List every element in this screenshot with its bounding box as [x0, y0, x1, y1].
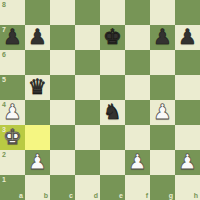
square-a1[interactable]: 1a	[0, 175, 25, 200]
file-label: a	[19, 192, 23, 199]
square-a3[interactable]: 3♚	[0, 125, 25, 150]
square-f8[interactable]	[125, 0, 150, 25]
piece-black-knight[interactable]: ♞	[100, 100, 125, 125]
file-label: g	[169, 192, 173, 199]
file-label: d	[94, 192, 98, 199]
square-c3[interactable]	[50, 125, 75, 150]
square-a2[interactable]: 2	[0, 150, 25, 175]
square-h3[interactable]	[175, 125, 200, 150]
file-label: b	[44, 192, 48, 199]
square-f1[interactable]: f	[125, 175, 150, 200]
square-c4[interactable]	[50, 100, 75, 125]
square-e1[interactable]: e	[100, 175, 125, 200]
square-f6[interactable]	[125, 50, 150, 75]
piece-white-pawn[interactable]: ♟	[175, 150, 200, 175]
piece-white-pawn[interactable]: ♟	[0, 100, 25, 125]
square-b4[interactable]	[25, 100, 50, 125]
square-b2[interactable]: ♟	[25, 150, 50, 175]
square-h6[interactable]	[175, 50, 200, 75]
piece-black-pawn[interactable]: ♟	[175, 25, 200, 50]
square-e2[interactable]	[100, 150, 125, 175]
square-g5[interactable]	[150, 75, 175, 100]
square-c8[interactable]	[50, 0, 75, 25]
piece-black-queen[interactable]: ♛	[25, 75, 50, 100]
square-g6[interactable]	[150, 50, 175, 75]
piece-white-pawn[interactable]: ♟	[25, 150, 50, 175]
file-label: c	[69, 192, 73, 199]
file-label: h	[194, 192, 198, 199]
piece-black-king[interactable]: ♚	[100, 25, 125, 50]
square-e5[interactable]	[100, 75, 125, 100]
square-g1[interactable]: g	[150, 175, 175, 200]
square-e7[interactable]: ♚	[100, 25, 125, 50]
piece-white-pawn[interactable]: ♟	[150, 100, 175, 125]
rank-label: 5	[2, 76, 6, 83]
chess-board: 87♟♟♚♟♟65♛4♟♞♟3♚2♟♟♟1abcdefgh	[0, 0, 200, 200]
piece-white-pawn[interactable]: ♟	[125, 150, 150, 175]
piece-black-pawn[interactable]: ♟	[0, 25, 25, 50]
rank-label: 2	[2, 151, 6, 158]
square-b7[interactable]: ♟	[25, 25, 50, 50]
square-b8[interactable]	[25, 0, 50, 25]
square-d2[interactable]	[75, 150, 100, 175]
square-f4[interactable]	[125, 100, 150, 125]
square-d3[interactable]	[75, 125, 100, 150]
piece-black-pawn[interactable]: ♟	[25, 25, 50, 50]
square-c5[interactable]	[50, 75, 75, 100]
piece-black-pawn[interactable]: ♟	[150, 25, 175, 50]
square-b1[interactable]: b	[25, 175, 50, 200]
square-h7[interactable]: ♟	[175, 25, 200, 50]
file-label: e	[119, 192, 123, 199]
square-e8[interactable]	[100, 0, 125, 25]
square-g8[interactable]	[150, 0, 175, 25]
square-b5[interactable]: ♛	[25, 75, 50, 100]
square-b3[interactable]	[25, 125, 50, 150]
square-f7[interactable]	[125, 25, 150, 50]
square-c7[interactable]	[50, 25, 75, 50]
square-h4[interactable]	[175, 100, 200, 125]
square-e4[interactable]: ♞	[100, 100, 125, 125]
square-d8[interactable]	[75, 0, 100, 25]
square-h5[interactable]	[175, 75, 200, 100]
square-h8[interactable]	[175, 0, 200, 25]
square-c2[interactable]	[50, 150, 75, 175]
square-h2[interactable]: ♟	[175, 150, 200, 175]
square-c6[interactable]	[50, 50, 75, 75]
square-d7[interactable]	[75, 25, 100, 50]
square-g2[interactable]	[150, 150, 175, 175]
rank-label: 6	[2, 51, 6, 58]
square-b6[interactable]	[25, 50, 50, 75]
square-e3[interactable]	[100, 125, 125, 150]
square-a7[interactable]: 7♟	[0, 25, 25, 50]
piece-white-king[interactable]: ♚	[0, 125, 25, 150]
square-f2[interactable]: ♟	[125, 150, 150, 175]
square-a8[interactable]: 8	[0, 0, 25, 25]
square-d6[interactable]	[75, 50, 100, 75]
square-a6[interactable]: 6	[0, 50, 25, 75]
square-f3[interactable]	[125, 125, 150, 150]
rank-label: 8	[2, 1, 6, 8]
square-a5[interactable]: 5	[0, 75, 25, 100]
square-d1[interactable]: d	[75, 175, 100, 200]
rank-label: 1	[2, 176, 6, 183]
square-d4[interactable]	[75, 100, 100, 125]
square-a4[interactable]: 4♟	[0, 100, 25, 125]
square-c1[interactable]: c	[50, 175, 75, 200]
square-h1[interactable]: h	[175, 175, 200, 200]
square-g3[interactable]	[150, 125, 175, 150]
square-g7[interactable]: ♟	[150, 25, 175, 50]
file-label: f	[146, 192, 148, 199]
square-f5[interactable]	[125, 75, 150, 100]
square-g4[interactable]: ♟	[150, 100, 175, 125]
square-d5[interactable]	[75, 75, 100, 100]
square-e6[interactable]	[100, 50, 125, 75]
